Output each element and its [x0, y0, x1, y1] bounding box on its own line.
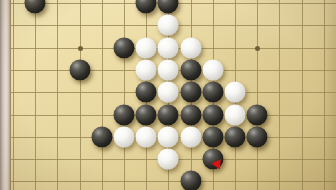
stone-black[interactable]: [202, 82, 223, 103]
table-edge: [0, 0, 11, 190]
stone-white[interactable]: [180, 37, 201, 58]
stone-white[interactable]: [158, 37, 179, 58]
grid-line-vertical: [102, 0, 103, 190]
stone-white[interactable]: [225, 104, 246, 125]
grid-line-vertical: [257, 0, 258, 190]
stone-black[interactable]: [114, 37, 135, 58]
stone-black[interactable]: [136, 104, 157, 125]
grid-line-vertical: [324, 0, 325, 190]
stone-white[interactable]: [136, 37, 157, 58]
stone-white[interactable]: [114, 126, 135, 147]
stone-black[interactable]: [158, 0, 179, 14]
grid-line-vertical: [57, 0, 58, 190]
grid-line-vertical: [302, 0, 303, 190]
grid-line-vertical: [279, 0, 280, 190]
stone-black[interactable]: [25, 0, 46, 14]
stone-black[interactable]: [158, 104, 179, 125]
stone-white[interactable]: [158, 126, 179, 147]
grid-line-horizontal: [10, 181, 336, 182]
stone-black[interactable]: [225, 126, 246, 147]
grid-line-vertical: [80, 0, 81, 190]
stone-white[interactable]: [136, 59, 157, 80]
stone-white[interactable]: [180, 126, 201, 147]
stone-black[interactable]: [91, 126, 112, 147]
stone-black[interactable]: [69, 59, 90, 80]
stone-black[interactable]: [180, 59, 201, 80]
grid-line-vertical: [35, 0, 36, 190]
gomoku-board[interactable]: [0, 0, 336, 190]
star-point: [78, 46, 83, 51]
gomoku-app-screenshot: [0, 0, 336, 190]
star-point: [255, 46, 260, 51]
stone-white[interactable]: [158, 15, 179, 36]
stone-black[interactable]: [136, 0, 157, 14]
stone-black[interactable]: [180, 171, 201, 190]
stone-black[interactable]: [180, 82, 201, 103]
stone-white[interactable]: [158, 82, 179, 103]
stone-white[interactable]: [136, 126, 157, 147]
stone-white[interactable]: [225, 82, 246, 103]
stone-black[interactable]: [202, 104, 223, 125]
stone-white[interactable]: [202, 59, 223, 80]
stone-black[interactable]: [136, 82, 157, 103]
stone-black[interactable]: [247, 104, 268, 125]
stone-white[interactable]: [158, 149, 179, 170]
grid-line-vertical: [124, 0, 125, 190]
stone-black[interactable]: [114, 104, 135, 125]
grid-line-vertical: [13, 0, 14, 190]
stone-black[interactable]: [180, 104, 201, 125]
stone-black[interactable]: [247, 126, 268, 147]
stone-white[interactable]: [158, 59, 179, 80]
stone-black[interactable]: [202, 126, 223, 147]
